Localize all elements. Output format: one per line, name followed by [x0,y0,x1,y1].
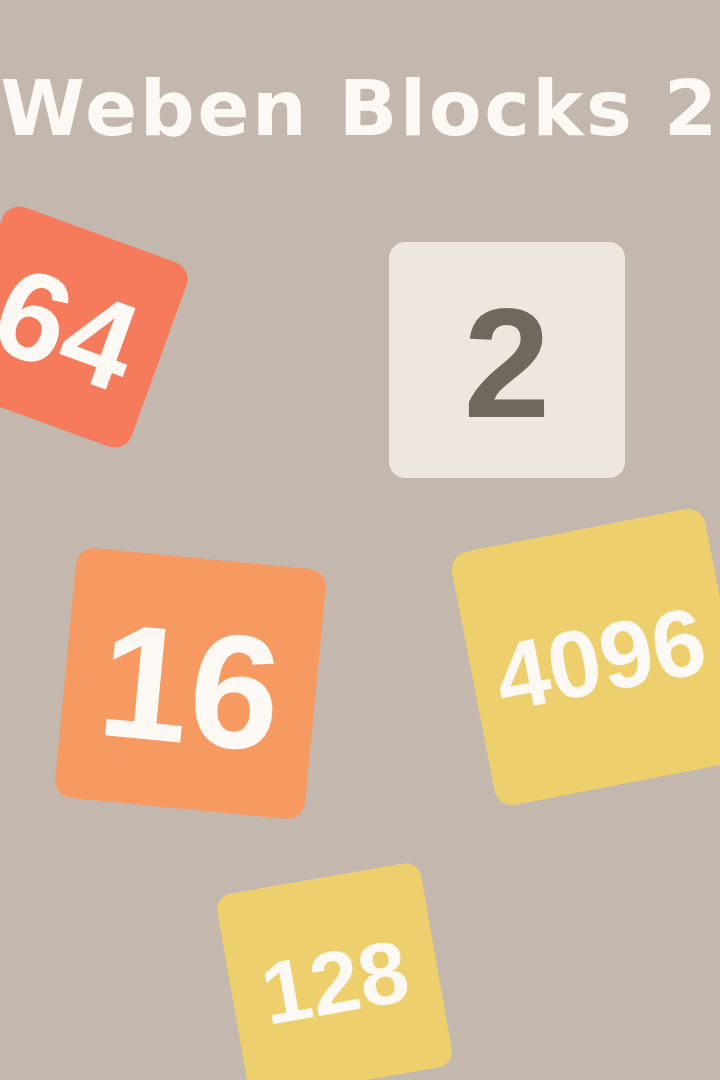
tile-value: 128 [254,926,414,1038]
tile-2: 2 [389,242,625,478]
tile-4096: 4096 [449,506,720,808]
tile-128: 128 [214,860,454,1080]
tile-value: 64 [0,246,154,412]
tile-value: 2 [464,285,551,441]
tile-16: 16 [53,546,327,820]
tile-value: 4096 [488,592,714,726]
tile-64: 64 [0,201,193,452]
tile-value: 16 [92,597,287,776]
game-cover: Weben Blocks 2 642164096128 [0,0,720,1080]
tiles-layer: 642164096128 [0,0,720,1080]
